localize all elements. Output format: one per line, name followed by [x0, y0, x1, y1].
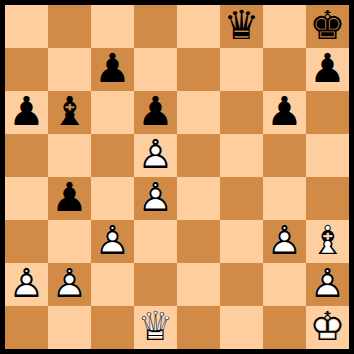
square-e4[interactable]: [177, 177, 220, 220]
black-pawn-icon[interactable]: ♟: [48, 177, 91, 220]
square-h7[interactable]: ♟: [306, 48, 349, 91]
square-d4[interactable]: ♟♙: [134, 177, 177, 220]
black-king-fill: ♚: [306, 5, 349, 48]
square-d5[interactable]: ♟♙: [134, 134, 177, 177]
square-d1[interactable]: ♛♕: [134, 306, 177, 349]
square-d7[interactable]: [134, 48, 177, 91]
square-a4[interactable]: [5, 177, 48, 220]
square-b2[interactable]: ♟♙: [48, 263, 91, 306]
white-pawn-icon[interactable]: ♟♙: [134, 177, 177, 220]
white-pawn-outline: ♙: [134, 134, 177, 177]
white-queen-outline: ♕: [134, 306, 177, 349]
white-pawn-icon[interactable]: ♟♙: [263, 220, 306, 263]
square-d6[interactable]: ♟: [134, 91, 177, 134]
square-c1[interactable]: [91, 306, 134, 349]
square-h5[interactable]: [306, 134, 349, 177]
square-h4[interactable]: [306, 177, 349, 220]
white-pawn-icon[interactable]: ♟♙: [306, 263, 349, 306]
square-f7[interactable]: [220, 48, 263, 91]
square-a1[interactable]: [5, 306, 48, 349]
square-g6[interactable]: ♟: [263, 91, 306, 134]
square-h2[interactable]: ♟♙: [306, 263, 349, 306]
square-d3[interactable]: [134, 220, 177, 263]
square-b7[interactable]: [48, 48, 91, 91]
square-f5[interactable]: [220, 134, 263, 177]
square-b1[interactable]: [48, 306, 91, 349]
square-g5[interactable]: [263, 134, 306, 177]
chess-board: ♛♚♟♟♟♝♟♟♟♙♟♟♙♟♙♟♙♝♗♟♙♟♙♟♙♛♕♚♔: [5, 5, 349, 349]
square-e1[interactable]: [177, 306, 220, 349]
square-f4[interactable]: [220, 177, 263, 220]
square-d8[interactable]: [134, 5, 177, 48]
white-king-icon[interactable]: ♚♔: [306, 306, 349, 349]
square-a3[interactable]: [5, 220, 48, 263]
square-h1[interactable]: ♚♔: [306, 306, 349, 349]
square-a2[interactable]: ♟♙: [5, 263, 48, 306]
square-a6[interactable]: ♟: [5, 91, 48, 134]
white-pawn-outline: ♙: [48, 263, 91, 306]
white-pawn-icon[interactable]: ♟♙: [5, 263, 48, 306]
square-a7[interactable]: [5, 48, 48, 91]
square-h8[interactable]: ♚: [306, 5, 349, 48]
square-f2[interactable]: [220, 263, 263, 306]
square-e7[interactable]: [177, 48, 220, 91]
white-pawn-outline: ♙: [263, 220, 306, 263]
black-pawn-fill: ♟: [306, 48, 349, 91]
square-b8[interactable]: [48, 5, 91, 48]
square-g3[interactable]: ♟♙: [263, 220, 306, 263]
black-bishop-icon[interactable]: ♝: [48, 91, 91, 134]
black-pawn-fill: ♟: [134, 91, 177, 134]
square-h3[interactable]: ♝♗: [306, 220, 349, 263]
square-g2[interactable]: [263, 263, 306, 306]
square-e8[interactable]: [177, 5, 220, 48]
black-pawn-icon[interactable]: ♟: [306, 48, 349, 91]
square-c6[interactable]: [91, 91, 134, 134]
square-f1[interactable]: [220, 306, 263, 349]
black-pawn-fill: ♟: [48, 177, 91, 220]
square-f3[interactable]: [220, 220, 263, 263]
square-g8[interactable]: [263, 5, 306, 48]
white-pawn-icon[interactable]: ♟♙: [91, 220, 134, 263]
square-e6[interactable]: [177, 91, 220, 134]
black-pawn-icon[interactable]: ♟: [5, 91, 48, 134]
white-pawn-outline: ♙: [306, 263, 349, 306]
square-c7[interactable]: ♟: [91, 48, 134, 91]
black-queen-fill: ♛: [220, 5, 263, 48]
square-e5[interactable]: [177, 134, 220, 177]
square-a5[interactable]: [5, 134, 48, 177]
white-pawn-icon[interactable]: ♟♙: [134, 134, 177, 177]
square-h6[interactable]: [306, 91, 349, 134]
square-f6[interactable]: [220, 91, 263, 134]
black-pawn-icon[interactable]: ♟: [91, 48, 134, 91]
square-e3[interactable]: [177, 220, 220, 263]
square-b6[interactable]: ♝: [48, 91, 91, 134]
square-c8[interactable]: [91, 5, 134, 48]
black-pawn-icon[interactable]: ♟: [134, 91, 177, 134]
black-pawn-fill: ♟: [263, 91, 306, 134]
square-b3[interactable]: [48, 220, 91, 263]
square-c3[interactable]: ♟♙: [91, 220, 134, 263]
square-c2[interactable]: [91, 263, 134, 306]
white-pawn-outline: ♙: [134, 177, 177, 220]
black-pawn-icon[interactable]: ♟: [263, 91, 306, 134]
square-e2[interactable]: [177, 263, 220, 306]
board-frame: ♛♚♟♟♟♝♟♟♟♙♟♟♙♟♙♟♙♝♗♟♙♟♙♟♙♛♕♚♔: [0, 0, 354, 354]
square-c5[interactable]: [91, 134, 134, 177]
white-bishop-icon[interactable]: ♝♗: [306, 220, 349, 263]
white-pawn-outline: ♙: [91, 220, 134, 263]
black-pawn-fill: ♟: [5, 91, 48, 134]
white-pawn-icon[interactable]: ♟♙: [48, 263, 91, 306]
white-king-outline: ♔: [306, 306, 349, 349]
black-bishop-fill: ♝: [48, 91, 91, 134]
square-b5[interactable]: [48, 134, 91, 177]
square-f8[interactable]: ♛: [220, 5, 263, 48]
square-g7[interactable]: [263, 48, 306, 91]
white-bishop-outline: ♗: [306, 220, 349, 263]
black-pawn-fill: ♟: [91, 48, 134, 91]
square-b4[interactable]: ♟: [48, 177, 91, 220]
black-queen-icon[interactable]: ♛: [220, 5, 263, 48]
square-g1[interactable]: [263, 306, 306, 349]
square-c4[interactable]: [91, 177, 134, 220]
square-d2[interactable]: [134, 263, 177, 306]
white-pawn-outline: ♙: [5, 263, 48, 306]
black-king-icon[interactable]: ♚: [306, 5, 349, 48]
square-a8[interactable]: [5, 5, 48, 48]
white-queen-icon[interactable]: ♛♕: [134, 306, 177, 349]
square-g4[interactable]: [263, 177, 306, 220]
